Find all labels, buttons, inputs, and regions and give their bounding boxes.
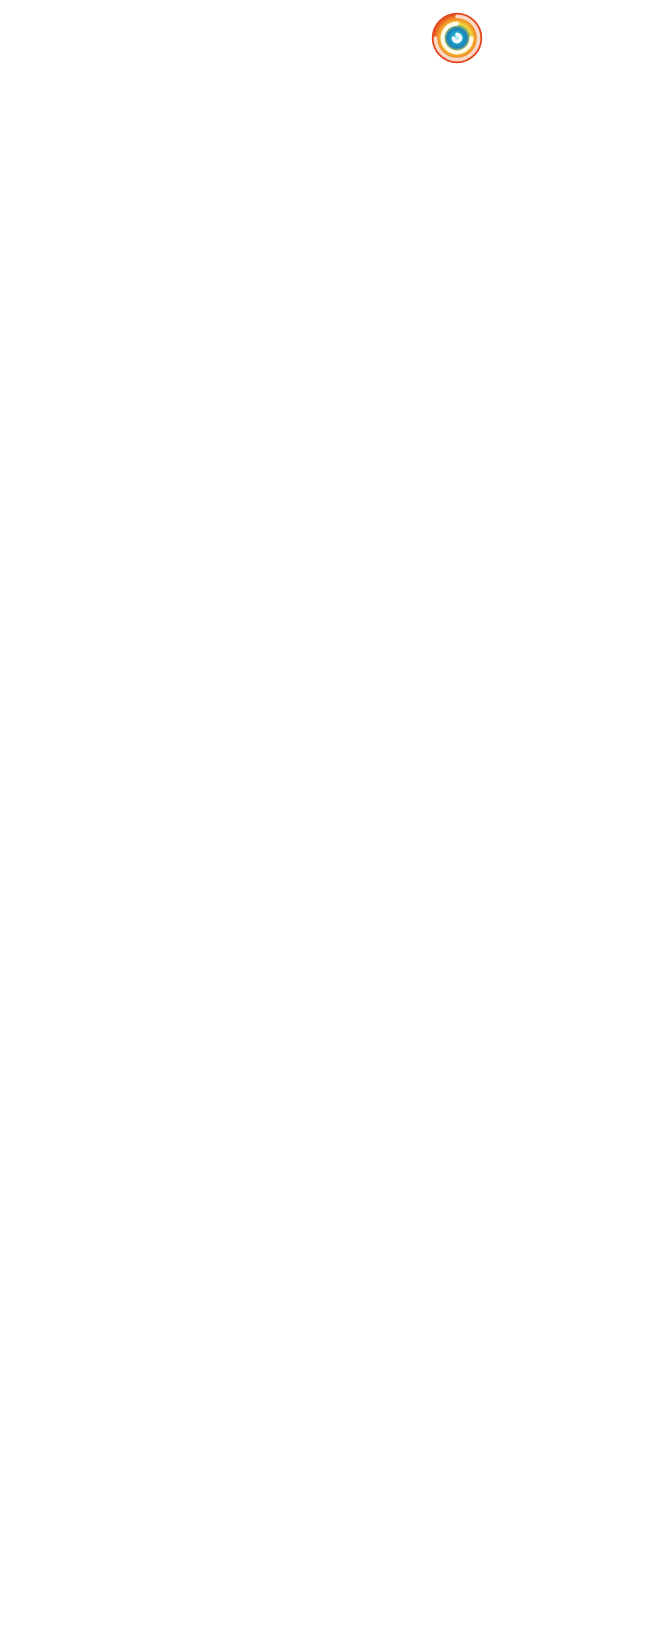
watermark-text: [490, 8, 494, 9]
site-watermark: [430, 8, 494, 65]
swirl-logo-icon: [430, 11, 484, 65]
lottery-trend-board: [0, 0, 647, 1630]
